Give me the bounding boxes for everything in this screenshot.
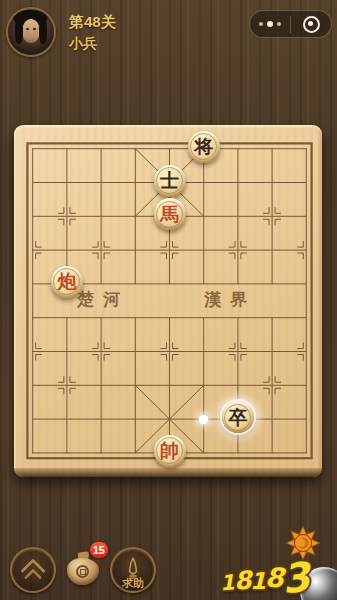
last-move-origin-dot bbox=[199, 415, 208, 424]
coin-icon bbox=[76, 565, 89, 578]
rank-label: 小兵 bbox=[69, 35, 97, 53]
red-horse[interactable]: 馬 bbox=[154, 198, 186, 230]
ball-icon bbox=[300, 567, 337, 600]
avatar-eye-right bbox=[33, 28, 36, 30]
coins-button[interactable]: 15 bbox=[59, 545, 107, 593]
dot-icon bbox=[267, 21, 273, 27]
avatar-hair-left bbox=[15, 18, 23, 44]
target-circle-icon bbox=[303, 16, 320, 33]
watermark-18183: 18183 bbox=[217, 524, 337, 600]
watermark-text: 18183 bbox=[220, 559, 310, 593]
level-label: 第48关 bbox=[69, 13, 116, 32]
red-cannon[interactable]: 炮 bbox=[51, 266, 83, 298]
sun-icon bbox=[285, 525, 321, 561]
app-root: 第48关 小兵 楚河 漢界 将士馬炮卒帥 bbox=[0, 0, 337, 600]
help-button[interactable]: 求助 bbox=[110, 547, 156, 593]
wechat-capsule bbox=[249, 10, 332, 38]
avatar-face bbox=[22, 19, 40, 43]
black-general[interactable]: 将 bbox=[188, 131, 220, 163]
avatar-eye-left bbox=[26, 28, 29, 30]
help-label: 求助 bbox=[122, 576, 144, 591]
xiangqi-board: 楚河 漢界 将士馬炮卒帥 bbox=[14, 125, 322, 477]
coins-badge: 15 bbox=[90, 542, 108, 558]
dot-icon bbox=[277, 22, 281, 26]
dot-icon bbox=[259, 22, 263, 26]
black-soldier[interactable]: 卒 bbox=[222, 401, 254, 433]
collapse-button[interactable] bbox=[10, 547, 56, 593]
pieces-layer: 将士馬炮卒帥 bbox=[14, 125, 322, 477]
exit-button[interactable] bbox=[291, 11, 331, 37]
more-button[interactable] bbox=[250, 11, 290, 37]
red-general[interactable]: 帥 bbox=[154, 435, 186, 467]
black-advisor[interactable]: 士 bbox=[154, 165, 186, 197]
avatar-hair-right bbox=[39, 18, 47, 44]
avatar[interactable] bbox=[6, 7, 56, 57]
